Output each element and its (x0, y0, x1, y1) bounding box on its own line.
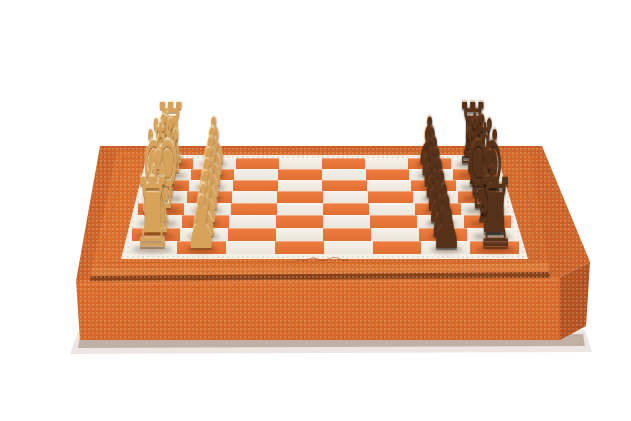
piece-black-pawn: ♟ (431, 187, 462, 260)
piece-white-rook: ♜ (133, 167, 172, 262)
piece-black-rook: ♜ (476, 167, 515, 262)
chess-box-photo: ♜♟♟♜♞♟♟♞♝♟♟♝♛♟♟♛♚♟♟♚♝♟♟♝♞♟♟♞♜♟♟♜ (0, 0, 631, 421)
pieces-layer: ♜♟♟♜♞♟♟♞♝♟♟♝♛♟♟♛♚♟♟♚♝♟♟♝♞♟♟♞♜♟♟♜ (0, 0, 631, 421)
piece-white-pawn: ♟ (186, 187, 217, 260)
